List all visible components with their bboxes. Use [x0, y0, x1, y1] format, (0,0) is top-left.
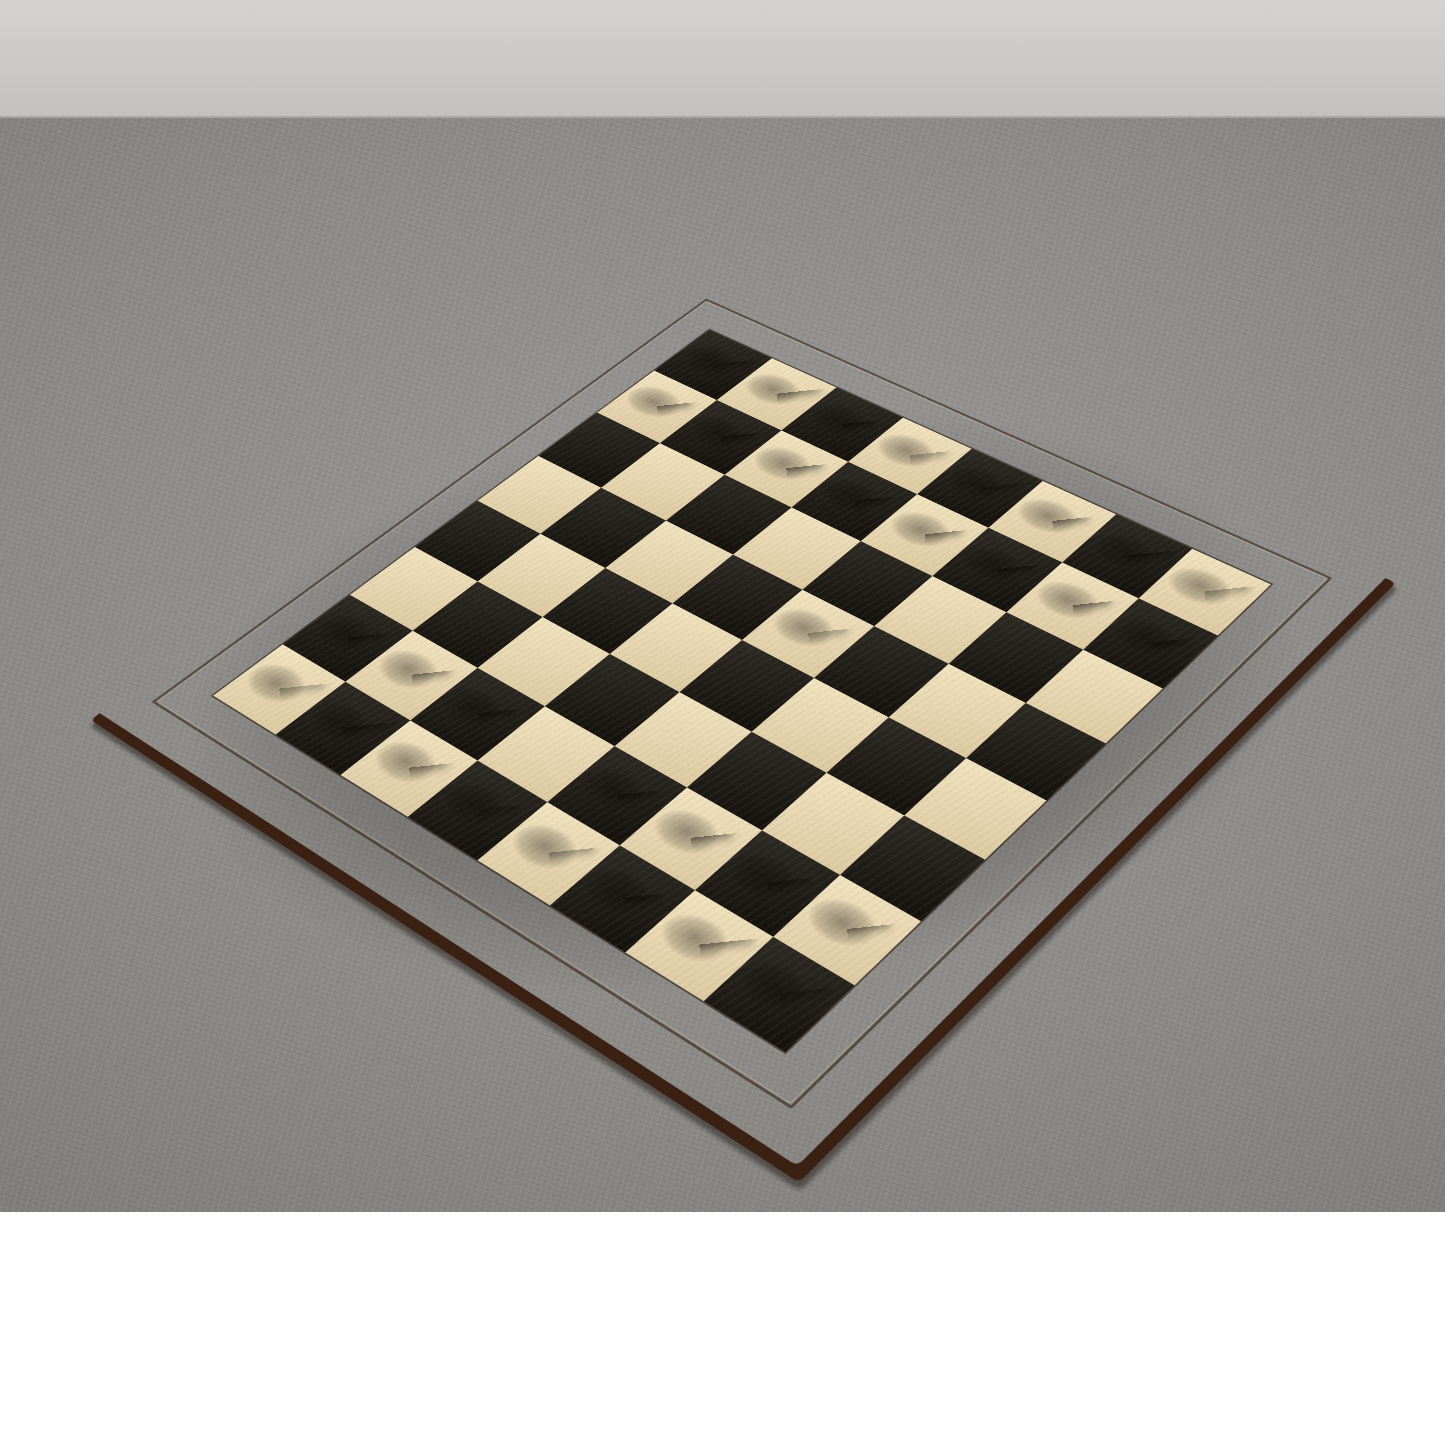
chess-set-photo: ♜♞♝♛♚♝♞♜♟♟♟♟♟♟♟♟♛♟♟♟♟♟♟♟♜♞♝♛♚♝♞♜: [0, 0, 1445, 1445]
square-g5: [889, 664, 1026, 758]
photo-bottom-margin: [0, 1212, 1445, 1445]
background-wall: [0, 0, 1445, 118]
square-g6: [949, 612, 1084, 703]
